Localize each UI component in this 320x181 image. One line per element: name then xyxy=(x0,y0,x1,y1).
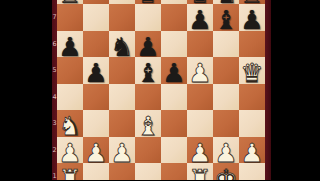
white-knight: ♞ xyxy=(57,113,83,140)
white-pawn: ♟ xyxy=(57,139,83,166)
square-d2[interactable] xyxy=(135,137,161,164)
square-e6[interactable] xyxy=(161,31,187,58)
white-bishop: ♝ xyxy=(135,113,161,140)
square-f4[interactable] xyxy=(187,84,213,111)
square-c4[interactable] xyxy=(109,84,135,111)
square-b7[interactable] xyxy=(83,4,109,31)
square-b4[interactable] xyxy=(83,84,109,111)
black-pawn: ♟ xyxy=(83,60,109,87)
square-g7[interactable]: ♝ xyxy=(213,4,239,31)
white-pawn: ♟ xyxy=(109,139,135,166)
square-a7[interactable] xyxy=(57,4,83,31)
square-c6[interactable]: ♞ xyxy=(109,31,135,58)
square-b3[interactable] xyxy=(83,110,109,137)
square-g4[interactable] xyxy=(213,84,239,111)
square-e2[interactable] xyxy=(161,137,187,164)
white-king: ♚ xyxy=(213,166,239,181)
square-c7[interactable] xyxy=(109,4,135,31)
black-pawn: ♟ xyxy=(135,33,161,60)
square-b1[interactable] xyxy=(83,163,109,180)
square-c1[interactable] xyxy=(109,163,135,180)
square-b2[interactable]: ♟ xyxy=(83,137,109,164)
white-rook: ♜ xyxy=(187,166,213,181)
square-h1[interactable] xyxy=(239,163,265,180)
white-pawn: ♟ xyxy=(187,60,213,87)
square-c2[interactable]: ♟ xyxy=(109,137,135,164)
square-h7[interactable]: ♟ xyxy=(239,4,265,31)
square-g6[interactable] xyxy=(213,31,239,58)
square-h4[interactable] xyxy=(239,84,265,111)
square-f5[interactable]: ♟ xyxy=(187,57,213,84)
square-h5[interactable]: ♛ xyxy=(239,57,265,84)
black-pawn: ♟ xyxy=(187,7,213,34)
black-pawn: ♟ xyxy=(239,7,265,34)
square-e3[interactable] xyxy=(161,110,187,137)
square-g1[interactable]: ♚ xyxy=(213,163,239,180)
square-d1[interactable] xyxy=(135,163,161,180)
square-b5[interactable]: ♟ xyxy=(83,57,109,84)
square-h6[interactable] xyxy=(239,31,265,58)
square-b6[interactable] xyxy=(83,31,109,58)
square-g5[interactable] xyxy=(213,57,239,84)
square-a6[interactable]: ♟ xyxy=(57,31,83,58)
square-d3[interactable]: ♝ xyxy=(135,110,161,137)
white-pawn: ♟ xyxy=(83,139,109,166)
square-g2[interactable]: ♟ xyxy=(213,137,239,164)
white-pawn: ♟ xyxy=(239,139,265,166)
square-a3[interactable]: ♞ xyxy=(57,110,83,137)
white-pawn: ♟ xyxy=(187,139,213,166)
square-d4[interactable] xyxy=(135,84,161,111)
square-e7[interactable] xyxy=(161,4,187,31)
square-e4[interactable] xyxy=(161,84,187,111)
square-f1[interactable]: ♜ xyxy=(187,163,213,180)
white-pawn: ♟ xyxy=(213,139,239,166)
board-frame: 87654321 ♜♛♚♞♜♟♝♟♟♞♟♟♝♟♟♛♞♝♟♟♟♟♟♟♜♜♚ xyxy=(52,0,271,180)
square-c3[interactable] xyxy=(109,110,135,137)
chess-thumbnail: 87654321 ♜♛♚♞♜♟♝♟♟♞♟♟♝♟♟♛♞♝♟♟♟♟♟♟♜♜♚ xyxy=(0,0,320,180)
square-d7[interactable] xyxy=(135,4,161,31)
square-e5[interactable]: ♟ xyxy=(161,57,187,84)
square-a2[interactable]: ♟ xyxy=(57,137,83,164)
chess-board: ♜♛♚♞♜♟♝♟♟♞♟♟♝♟♟♛♞♝♟♟♟♟♟♟♜♜♚ xyxy=(57,0,265,180)
black-pawn: ♟ xyxy=(161,60,187,87)
black-bishop: ♝ xyxy=(213,7,239,34)
black-pawn: ♟ xyxy=(57,33,83,60)
square-f6[interactable] xyxy=(187,31,213,58)
square-g3[interactable] xyxy=(213,110,239,137)
square-a4[interactable] xyxy=(57,84,83,111)
white-rook: ♜ xyxy=(57,166,83,181)
square-f2[interactable]: ♟ xyxy=(187,137,213,164)
square-f3[interactable] xyxy=(187,110,213,137)
square-h3[interactable] xyxy=(239,110,265,137)
black-bishop: ♝ xyxy=(135,60,161,87)
white-queen: ♛ xyxy=(239,60,265,87)
black-knight: ♞ xyxy=(109,33,135,60)
square-e1[interactable] xyxy=(161,163,187,180)
square-d6[interactable]: ♟ xyxy=(135,31,161,58)
square-a5[interactable] xyxy=(57,57,83,84)
square-a1[interactable]: ♜ xyxy=(57,163,83,180)
square-d5[interactable]: ♝ xyxy=(135,57,161,84)
square-c5[interactable] xyxy=(109,57,135,84)
square-f7[interactable]: ♟ xyxy=(187,4,213,31)
square-h2[interactable]: ♟ xyxy=(239,137,265,164)
